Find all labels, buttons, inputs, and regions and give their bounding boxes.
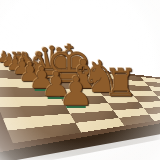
photo-stage: ♜♞♝♛♚♝♞♜♟♟♟♟♟♟♟♟ xyxy=(0,0,160,160)
piece-h8-rook: ♜ xyxy=(104,64,138,102)
pieces-layer: ♜♞♝♛♚♝♞♜♟♟♟♟♟♟♟♟ xyxy=(0,0,160,160)
piece-h7-pawn: ♟ xyxy=(58,71,94,111)
